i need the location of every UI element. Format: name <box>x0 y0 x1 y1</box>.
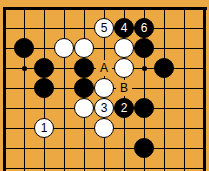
grid-line <box>4 148 205 149</box>
board-edge-line <box>203 7 206 171</box>
black-stone <box>14 38 34 58</box>
black-stone <box>74 58 94 78</box>
white-stone <box>94 118 114 138</box>
black-stone-move-4: 4 <box>114 18 134 38</box>
star-point <box>22 66 27 71</box>
white-stone <box>74 98 94 118</box>
black-stone <box>74 78 94 98</box>
grid-line <box>184 8 185 171</box>
go-board-diagram: AB546321 <box>0 0 209 171</box>
black-stone <box>134 98 154 118</box>
white-stone-move-1: 1 <box>34 118 54 138</box>
white-stone-move-5: 5 <box>94 18 114 38</box>
black-stone <box>34 58 54 78</box>
board-edge-line <box>3 7 207 10</box>
black-stone <box>34 78 54 98</box>
move-number: 3 <box>101 102 108 114</box>
white-stone <box>94 78 114 98</box>
move-number: 1 <box>41 122 48 134</box>
black-stone-move-2: 2 <box>114 98 134 118</box>
move-number: 2 <box>121 102 128 114</box>
star-point <box>142 66 147 71</box>
white-stone <box>114 38 134 58</box>
grid-line <box>64 8 65 171</box>
black-stone <box>154 58 174 78</box>
grid-line <box>24 8 25 171</box>
white-stone <box>54 38 74 58</box>
white-stone <box>74 38 94 58</box>
grid-line <box>4 168 205 169</box>
point-label-B: B <box>116 80 132 96</box>
white-stone <box>114 58 134 78</box>
move-number: 5 <box>101 22 108 34</box>
black-stone-move-6: 6 <box>134 18 154 38</box>
grid-line <box>4 48 205 49</box>
black-stone <box>134 138 154 158</box>
white-stone-move-3: 3 <box>94 98 114 118</box>
move-number: 4 <box>121 22 128 34</box>
move-number: 6 <box>141 22 148 34</box>
black-stone <box>134 38 154 58</box>
board-edge-line <box>3 7 6 171</box>
grid-line <box>164 8 165 171</box>
point-label-A: A <box>96 60 112 76</box>
